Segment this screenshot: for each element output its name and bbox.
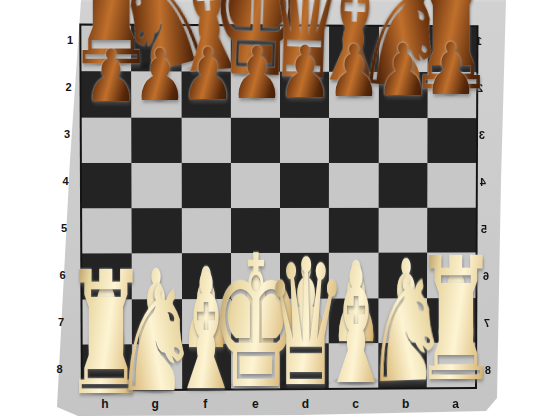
square-h3[interactable] [82, 117, 132, 163]
rank-label-left-4: 4 [62, 176, 68, 187]
piece-dark-pawn-b2[interactable]: ♟ [375, 34, 430, 106]
rank-label-right-4: 4 [480, 177, 486, 188]
piece-dark-pawn-a2[interactable]: ♟ [424, 33, 479, 105]
square-d4[interactable] [280, 163, 329, 208]
square-c4[interactable] [329, 163, 378, 208]
square-d3[interactable] [280, 117, 329, 162]
piece-dark-pawn-e2[interactable]: ♟ [229, 37, 284, 109]
square-b4[interactable] [378, 163, 427, 208]
piece-dark-pawn-c2[interactable]: ♟ [327, 35, 382, 107]
square-h4[interactable] [82, 163, 132, 209]
chess-board-photo: 1234567812345678hgfedcba ♜♞♝♚♛♝♞♜♟♟♟♟♟♟♟… [0, 0, 560, 420]
square-f4[interactable] [181, 163, 231, 208]
square-a4[interactable] [427, 163, 476, 208]
square-f3[interactable] [181, 117, 231, 162]
square-g4[interactable] [132, 163, 182, 208]
piece-light-rook-a8[interactable]: ♜ [414, 235, 499, 405]
piece-dark-pawn-f2[interactable]: ♟ [181, 38, 236, 110]
piece-dark-pawn-d2[interactable]: ♟ [278, 36, 333, 108]
rank-label-right-3: 3 [479, 130, 485, 141]
rank-label-left-3: 3 [64, 129, 70, 140]
square-c3[interactable] [329, 117, 378, 162]
rank-label-left-8: 8 [56, 364, 62, 375]
piece-dark-pawn-h2[interactable]: ♟ [84, 40, 139, 112]
rank-label-left-5: 5 [61, 223, 67, 234]
piece-dark-pawn-g2[interactable]: ♟ [132, 39, 187, 111]
square-e3[interactable] [231, 117, 280, 162]
square-g3[interactable] [131, 117, 181, 163]
square-e4[interactable] [231, 163, 280, 208]
